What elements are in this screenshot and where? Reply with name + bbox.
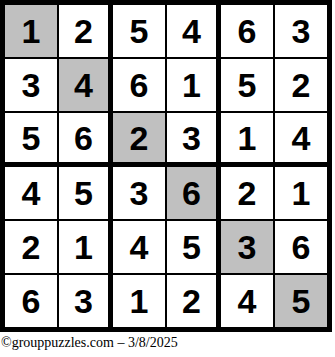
cell-r1c3[interactable]: 5 bbox=[112, 4, 166, 58]
cell-r2c5[interactable]: 5 bbox=[220, 58, 274, 112]
cell-r4c3[interactable]: 3 bbox=[112, 166, 166, 220]
cell-r1c5[interactable]: 6 bbox=[220, 4, 274, 58]
cell-r5c6[interactable]: 6 bbox=[274, 220, 328, 274]
cell-r6c2[interactable]: 3 bbox=[58, 274, 112, 328]
cell-r1c6[interactable]: 3 bbox=[274, 4, 328, 58]
cell-r3c1[interactable]: 5 bbox=[4, 112, 58, 166]
board: 125463346152562314453621214536631245 bbox=[0, 0, 332, 332]
cell-r6c5[interactable]: 4 bbox=[220, 274, 274, 328]
cell-r4c5[interactable]: 2 bbox=[220, 166, 274, 220]
cell-r3c2[interactable]: 6 bbox=[58, 112, 112, 166]
cell-r1c2[interactable]: 2 bbox=[58, 4, 112, 58]
cell-r2c4[interactable]: 1 bbox=[166, 58, 220, 112]
cell-r2c2[interactable]: 4 bbox=[58, 58, 112, 112]
cell-r3c6[interactable]: 4 bbox=[274, 112, 328, 166]
cell-r6c6[interactable]: 5 bbox=[274, 274, 328, 328]
cell-r1c4[interactable]: 4 bbox=[166, 4, 220, 58]
cell-r3c5[interactable]: 1 bbox=[220, 112, 274, 166]
cell-r5c1[interactable]: 2 bbox=[4, 220, 58, 274]
cell-r4c6[interactable]: 1 bbox=[274, 166, 328, 220]
cell-r2c1[interactable]: 3 bbox=[4, 58, 58, 112]
copyright-text: ©grouppuzzles.com – 3/8/2025 bbox=[0, 335, 335, 351]
cell-r5c3[interactable]: 4 bbox=[112, 220, 166, 274]
cell-r6c4[interactable]: 2 bbox=[166, 274, 220, 328]
cell-r4c2[interactable]: 5 bbox=[58, 166, 112, 220]
cell-r2c3[interactable]: 6 bbox=[112, 58, 166, 112]
cell-r2c6[interactable]: 2 bbox=[274, 58, 328, 112]
cell-r3c4[interactable]: 3 bbox=[166, 112, 220, 166]
cell-r3c3[interactable]: 2 bbox=[112, 112, 166, 166]
cell-r5c2[interactable]: 1 bbox=[58, 220, 112, 274]
cell-r5c5[interactable]: 3 bbox=[220, 220, 274, 274]
cell-r6c3[interactable]: 1 bbox=[112, 274, 166, 328]
cell-r1c1[interactable]: 1 bbox=[4, 4, 58, 58]
puzzle-page: 125463346152562314453621214536631245 ©gr… bbox=[0, 0, 335, 357]
cell-r6c1[interactable]: 6 bbox=[4, 274, 58, 328]
cell-r4c1[interactable]: 4 bbox=[4, 166, 58, 220]
cell-r5c4[interactable]: 5 bbox=[166, 220, 220, 274]
cell-r4c4[interactable]: 6 bbox=[166, 166, 220, 220]
